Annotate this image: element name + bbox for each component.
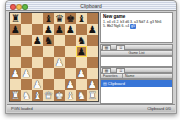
white-pawn-piece: ♟	[10, 68, 21, 79]
title-bar[interactable]: Clipboard	[6, 1, 176, 11]
black-knight-piece: ♞	[43, 35, 54, 46]
square-a8[interactable]: ♜	[10, 13, 21, 24]
square-h3[interactable]	[87, 68, 98, 79]
square-g5[interactable]: ♟	[76, 46, 87, 57]
chess-board: ♜♝♛♚♝♟♟♟♟♟♟♞♞♟♟♟♟♟♟♟♟♜♞♝♛♚♝♞♜	[10, 13, 98, 101]
database-table[interactable]: ▤ Clipboard	[100, 79, 173, 104]
square-e5[interactable]	[54, 46, 65, 57]
white-bishop-piece: ♝	[32, 90, 43, 101]
square-f2[interactable]: ♟	[65, 79, 76, 90]
square-b8[interactable]	[21, 13, 32, 24]
square-e1[interactable]: ♚	[54, 90, 65, 101]
square-e8[interactable]: ♛	[54, 13, 65, 24]
square-f3[interactable]	[65, 68, 76, 79]
square-e3[interactable]	[54, 68, 65, 79]
right-panel: New game 1. e4 c6 2. b3 d6 3. a3 Nd7 4. …	[100, 12, 173, 104]
square-h2[interactable]: ♟	[87, 79, 98, 90]
status-right-text: Clipboard 0/0	[147, 106, 171, 111]
black-pawn-piece: ♟	[54, 24, 65, 35]
black-queen-piece: ♛	[54, 13, 65, 24]
square-b6[interactable]	[21, 35, 32, 46]
white-pawn-piece: ♟	[32, 79, 43, 90]
square-a6[interactable]	[10, 35, 21, 46]
black-pawn-piece: ♟	[87, 24, 98, 35]
square-e4[interactable]: ♟	[54, 57, 65, 68]
column-name[interactable]: Name	[123, 74, 172, 78]
square-g8[interactable]: ♝	[76, 13, 87, 24]
white-king-piece: ♚	[54, 90, 65, 101]
white-pawn-piece: ♟	[76, 68, 87, 79]
square-c7[interactable]	[32, 24, 43, 35]
square-f8[interactable]: ♚	[65, 13, 76, 24]
square-h1[interactable]: ♜	[87, 90, 98, 101]
square-b4[interactable]	[21, 57, 32, 68]
square-g7[interactable]	[76, 24, 87, 35]
square-c1[interactable]: ♝	[32, 90, 43, 101]
square-h7[interactable]: ♟	[87, 24, 98, 35]
square-e7[interactable]: ♟	[54, 24, 65, 35]
selected-move[interactable]: g5	[130, 24, 136, 29]
square-e6[interactable]	[54, 35, 65, 46]
square-h8[interactable]	[87, 13, 98, 24]
desktop: Clipboard ♜♝♛♚♝♟♟♟♟♟♟♞♞♟♟♟♟♟♟♟♟♜♞♝♛♚♝♞♜ …	[0, 0, 180, 120]
square-f6[interactable]	[65, 35, 76, 46]
square-f4[interactable]	[65, 57, 76, 68]
square-a2[interactable]	[10, 79, 21, 90]
white-knight-piece: ♞	[21, 90, 32, 101]
square-a3[interactable]: ♟	[10, 68, 21, 79]
window-title: Clipboard	[6, 3, 176, 9]
black-pawn-piece: ♟	[10, 24, 21, 35]
column-favorites[interactable]: Favorites	[101, 74, 123, 78]
square-b7[interactable]	[21, 24, 32, 35]
white-queen-piece: ♛	[43, 90, 54, 101]
move-text[interactable]: 5. Bb2 Ng6 6. c4	[103, 24, 129, 28]
square-e2[interactable]	[54, 79, 65, 90]
game-list-empty[interactable]	[100, 56, 173, 67]
square-f5[interactable]	[65, 46, 76, 57]
square-d5[interactable]	[43, 46, 54, 57]
white-pawn-piece: ♟	[87, 79, 98, 90]
database-name: Clipboard	[108, 81, 125, 86]
notation-panel[interactable]: New game 1. e4 c6 2. b3 d6 3. a3 Nd7 4. …	[100, 12, 173, 43]
square-b5[interactable]	[21, 46, 32, 57]
database-row-clipboard[interactable]: ▤ Clipboard	[101, 80, 172, 87]
white-knight-piece: ♞	[76, 90, 87, 101]
square-c4[interactable]	[32, 57, 43, 68]
square-h5[interactable]	[87, 46, 98, 57]
chess-app-window: Clipboard ♜♝♛♚♝♟♟♟♟♟♟♞♞♟♟♟♟♟♟♟♟♜♞♝♛♚♝♞♜ …	[5, 0, 177, 114]
square-g1[interactable]: ♞	[76, 90, 87, 101]
window-content: ♜♝♛♚♝♟♟♟♟♟♟♞♞♟♟♟♟♟♟♟♟♜♞♝♛♚♝♞♜ New game 1…	[7, 11, 175, 105]
square-d2[interactable]	[43, 79, 54, 90]
black-rook-piece: ♜	[10, 13, 21, 24]
status-bar: PGN loaded Clipboard 0/0	[7, 104, 175, 112]
square-a7[interactable]: ♟	[10, 24, 21, 35]
black-pawn-piece: ♟	[65, 24, 76, 35]
square-g3[interactable]: ♟	[76, 68, 87, 79]
white-bishop-piece: ♝	[65, 90, 76, 101]
square-f1[interactable]: ♝	[65, 90, 76, 101]
move-line-2[interactable]: 5. Bb2 Ng6 6. c4 g5	[103, 24, 170, 29]
black-knight-piece: ♞	[76, 35, 87, 46]
black-pawn-piece: ♟	[43, 24, 54, 35]
square-a1[interactable]: ♜	[10, 90, 21, 101]
board-frame: ♜♝♛♚♝♟♟♟♟♟♟♞♞♟♟♟♟♟♟♟♟♜♞♝♛♚♝♞♜	[9, 12, 99, 102]
square-c3[interactable]	[32, 68, 43, 79]
status-left-text: PGN loaded	[11, 106, 33, 111]
document-icon: ▤	[103, 82, 107, 86]
white-pawn-piece: ♟	[54, 57, 65, 68]
square-b1[interactable]: ♞	[21, 90, 32, 101]
square-b2[interactable]	[21, 79, 32, 90]
square-c8[interactable]	[32, 13, 43, 24]
white-rook-piece: ♜	[87, 90, 98, 101]
square-g2[interactable]	[76, 79, 87, 90]
square-h4[interactable]	[87, 57, 98, 68]
square-c2[interactable]: ♟	[32, 79, 43, 90]
square-f7[interactable]: ♟	[65, 24, 76, 35]
white-pawn-piece: ♟	[65, 79, 76, 90]
square-b3[interactable]: ♟	[21, 68, 32, 79]
square-c5[interactable]	[32, 46, 43, 57]
square-g4[interactable]	[76, 57, 87, 68]
square-d6[interactable]: ♞	[43, 35, 54, 46]
square-d1[interactable]: ♛	[43, 90, 54, 101]
black-pawn-piece: ♟	[76, 46, 87, 57]
black-bishop-piece: ♝	[43, 13, 54, 24]
square-d3[interactable]	[43, 68, 54, 79]
black-bishop-piece: ♝	[76, 13, 87, 24]
square-g6[interactable]: ♞	[76, 35, 87, 46]
square-d7[interactable]: ♟	[43, 24, 54, 35]
square-h6[interactable]	[87, 35, 98, 46]
square-a4[interactable]	[10, 57, 21, 68]
square-c6[interactable]: ♟	[32, 35, 43, 46]
black-pawn-piece: ♟	[32, 35, 43, 46]
square-d8[interactable]: ♝	[43, 13, 54, 24]
white-rook-piece: ♜	[10, 90, 21, 101]
white-pawn-piece: ♟	[21, 68, 32, 79]
square-a5[interactable]	[10, 46, 21, 57]
black-king-piece: ♚	[65, 13, 76, 24]
square-d4[interactable]	[43, 57, 54, 68]
